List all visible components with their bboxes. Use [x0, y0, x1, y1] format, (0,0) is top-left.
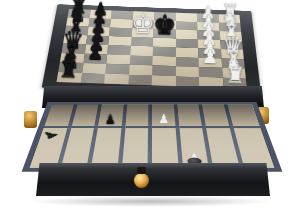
- square-c2[interactable]: ♟: [198, 57, 221, 67]
- square-f4[interactable]: ♚: [153, 29, 175, 39]
- drawer-slot: [71, 105, 102, 128]
- drawer-slot: [206, 128, 244, 168]
- square-d3[interactable]: [175, 47, 198, 57]
- drawer-interior: ♟♟♟♟: [22, 102, 283, 172]
- black-pawn-standing[interactable]: ♟: [104, 112, 115, 125]
- square-f5[interactable]: ♚: [131, 28, 153, 38]
- floor-shadow: [28, 196, 272, 207]
- piece-black-king[interactable]: ♚: [153, 10, 178, 37]
- square-e3[interactable]: [175, 38, 197, 48]
- drawer-slot: [121, 128, 152, 168]
- white-pawn-glyph: ♟: [187, 152, 202, 161]
- white-pawn-standing[interactable]: ♟: [158, 112, 169, 125]
- drawer-slot: [152, 128, 183, 168]
- drawer-slot: ♟: [179, 128, 213, 168]
- square-c7[interactable]: ♟: [83, 53, 107, 63]
- black-pawn-lying[interactable]: ♟: [39, 129, 62, 141]
- piece-white-pawn[interactable]: ♟: [202, 48, 219, 67]
- white-pawn-lying[interactable]: ♟: [183, 129, 203, 165]
- drawer-slot: ♟: [30, 128, 71, 168]
- brass-knob[interactable]: [134, 173, 149, 188]
- drawer-front-panel: [36, 163, 270, 196]
- drawer-slot: [125, 105, 152, 128]
- piece-black-pawn[interactable]: ♟: [86, 44, 103, 63]
- drawer-slot: [60, 128, 98, 168]
- drawer-slot: ♟: [98, 105, 127, 128]
- chess-set-photo: ♜♟♟♜♞♟♟♞♝♟♚♚♟♝♟♟♛♟♟♛♝♟♟♝♞♞♜♜ ♟♟♟♟: [0, 0, 290, 212]
- drawer-slot: [233, 128, 274, 168]
- drawer-slot: [227, 105, 260, 128]
- drawer-slot: ♟: [152, 105, 179, 128]
- drawer-slot: [91, 128, 125, 168]
